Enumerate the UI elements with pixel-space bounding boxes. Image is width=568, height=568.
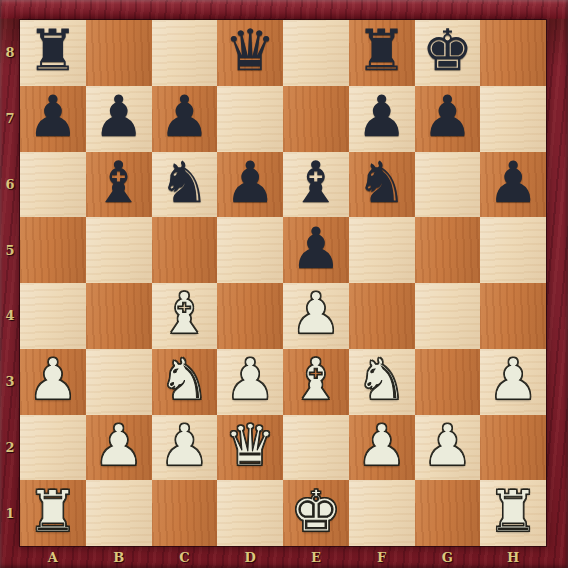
file-label-b: B	[86, 546, 152, 568]
square-d2[interactable]: ♛	[217, 415, 283, 481]
piece-black-bishop[interactable]: ♝	[290, 154, 341, 211]
piece-white-pawn[interactable]: ♟	[488, 351, 539, 408]
square-d3[interactable]: ♟	[217, 349, 283, 415]
piece-white-queen[interactable]: ♛	[225, 417, 276, 474]
square-f8[interactable]: ♜	[349, 20, 415, 86]
square-b7[interactable]: ♟	[86, 86, 152, 152]
file-label-e: E	[283, 546, 349, 568]
square-d7[interactable]	[217, 86, 283, 152]
square-g5[interactable]	[415, 217, 481, 283]
piece-black-pawn[interactable]: ♟	[27, 88, 78, 145]
square-h2[interactable]	[480, 415, 546, 481]
piece-white-bishop[interactable]: ♝	[159, 285, 210, 342]
board-frame: 87654321 ♜♛♜♚♟♟♟♟♟♝♞♟♝♞♟♟♝♟♟♞♟♝♞♟♟♟♛♟♟♜♚…	[0, 0, 568, 568]
rank-labels: 87654321	[0, 20, 20, 546]
piece-white-pawn[interactable]: ♟	[159, 417, 210, 474]
chess-board: ♜♛♜♚♟♟♟♟♟♝♞♟♝♞♟♟♝♟♟♞♟♝♞♟♟♟♛♟♟♜♚♜	[20, 20, 546, 546]
piece-black-pawn[interactable]: ♟	[290, 220, 341, 277]
square-c7[interactable]: ♟	[152, 86, 218, 152]
piece-white-pawn[interactable]: ♟	[356, 417, 407, 474]
square-c1[interactable]	[152, 480, 218, 546]
square-h3[interactable]: ♟	[480, 349, 546, 415]
square-b8[interactable]	[86, 20, 152, 86]
file-label-h: H	[480, 546, 546, 568]
square-d6[interactable]: ♟	[217, 152, 283, 218]
square-h6[interactable]: ♟	[480, 152, 546, 218]
square-a7[interactable]: ♟	[20, 86, 86, 152]
square-f3[interactable]: ♞	[349, 349, 415, 415]
square-c2[interactable]: ♟	[152, 415, 218, 481]
square-g7[interactable]: ♟	[415, 86, 481, 152]
square-h8[interactable]	[480, 20, 546, 86]
rank-label-4: 4	[0, 283, 20, 349]
square-g3[interactable]	[415, 349, 481, 415]
square-e2[interactable]	[283, 415, 349, 481]
piece-black-rook[interactable]: ♜	[356, 22, 407, 79]
square-h5[interactable]	[480, 217, 546, 283]
piece-black-bishop[interactable]: ♝	[93, 154, 144, 211]
piece-white-rook[interactable]: ♜	[488, 483, 539, 540]
rank-label-3: 3	[0, 349, 20, 415]
square-c5[interactable]	[152, 217, 218, 283]
square-e5[interactable]: ♟	[283, 217, 349, 283]
rank-label-8: 8	[0, 20, 20, 86]
square-a6[interactable]	[20, 152, 86, 218]
square-d1[interactable]	[217, 480, 283, 546]
piece-black-pawn[interactable]: ♟	[356, 88, 407, 145]
piece-white-rook[interactable]: ♜	[27, 483, 78, 540]
square-f7[interactable]: ♟	[349, 86, 415, 152]
piece-black-knight[interactable]: ♞	[356, 154, 407, 211]
piece-white-pawn[interactable]: ♟	[290, 285, 341, 342]
file-label-d: D	[217, 546, 283, 568]
rank-label-7: 7	[0, 86, 20, 152]
file-label-a: A	[20, 546, 86, 568]
square-e8[interactable]	[283, 20, 349, 86]
piece-black-pawn[interactable]: ♟	[488, 154, 539, 211]
square-g1[interactable]	[415, 480, 481, 546]
square-d8[interactable]: ♛	[217, 20, 283, 86]
square-a2[interactable]	[20, 415, 86, 481]
square-a4[interactable]	[20, 283, 86, 349]
square-a8[interactable]: ♜	[20, 20, 86, 86]
square-b4[interactable]	[86, 283, 152, 349]
square-c6[interactable]: ♞	[152, 152, 218, 218]
square-e4[interactable]: ♟	[283, 283, 349, 349]
file-label-f: F	[349, 546, 415, 568]
square-c3[interactable]: ♞	[152, 349, 218, 415]
square-g8[interactable]: ♚	[415, 20, 481, 86]
square-b3[interactable]	[86, 349, 152, 415]
square-a1[interactable]: ♜	[20, 480, 86, 546]
square-c4[interactable]: ♝	[152, 283, 218, 349]
square-h4[interactable]	[480, 283, 546, 349]
square-e3[interactable]: ♝	[283, 349, 349, 415]
square-g2[interactable]: ♟	[415, 415, 481, 481]
square-f5[interactable]	[349, 217, 415, 283]
piece-black-king[interactable]: ♚	[422, 22, 473, 79]
square-c8[interactable]	[152, 20, 218, 86]
piece-black-pawn[interactable]: ♟	[159, 88, 210, 145]
square-a3[interactable]: ♟	[20, 349, 86, 415]
piece-black-rook[interactable]: ♜	[27, 22, 78, 79]
piece-black-knight[interactable]: ♞	[159, 154, 210, 211]
rank-label-5: 5	[0, 217, 20, 283]
piece-white-knight[interactable]: ♞	[159, 351, 210, 408]
square-f4[interactable]	[349, 283, 415, 349]
square-h7[interactable]	[480, 86, 546, 152]
square-d4[interactable]	[217, 283, 283, 349]
rank-label-2: 2	[0, 415, 20, 481]
rank-label-1: 1	[0, 480, 20, 546]
square-a5[interactable]	[20, 217, 86, 283]
piece-white-pawn[interactable]: ♟	[93, 417, 144, 474]
square-g6[interactable]	[415, 152, 481, 218]
square-f1[interactable]	[349, 480, 415, 546]
square-h1[interactable]: ♜	[480, 480, 546, 546]
square-b5[interactable]	[86, 217, 152, 283]
square-b1[interactable]	[86, 480, 152, 546]
square-e6[interactable]: ♝	[283, 152, 349, 218]
piece-black-queen[interactable]: ♛	[225, 22, 276, 79]
square-b6[interactable]: ♝	[86, 152, 152, 218]
piece-white-pawn[interactable]: ♟	[225, 351, 276, 408]
piece-white-knight[interactable]: ♞	[356, 351, 407, 408]
square-e7[interactable]	[283, 86, 349, 152]
file-label-g: G	[415, 546, 481, 568]
square-f2[interactable]: ♟	[349, 415, 415, 481]
square-b2[interactable]: ♟	[86, 415, 152, 481]
piece-black-pawn[interactable]: ♟	[93, 88, 144, 145]
file-label-c: C	[152, 546, 218, 568]
square-f6[interactable]: ♞	[349, 152, 415, 218]
piece-black-pawn[interactable]: ♟	[422, 88, 473, 145]
piece-white-king[interactable]: ♚	[290, 483, 341, 540]
square-e1[interactable]: ♚	[283, 480, 349, 546]
file-labels: ABCDEFGH	[20, 546, 546, 568]
piece-black-pawn[interactable]: ♟	[225, 154, 276, 211]
piece-white-pawn[interactable]: ♟	[27, 351, 78, 408]
square-g4[interactable]	[415, 283, 481, 349]
rank-label-6: 6	[0, 152, 20, 218]
piece-white-bishop[interactable]: ♝	[290, 351, 341, 408]
square-d5[interactable]	[217, 217, 283, 283]
piece-white-pawn[interactable]: ♟	[422, 417, 473, 474]
